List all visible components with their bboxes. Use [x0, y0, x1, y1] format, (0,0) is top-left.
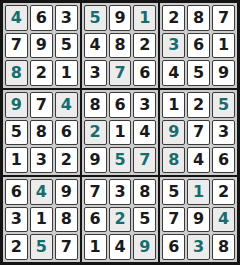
cell-r6c8[interactable]: 4 — [187, 147, 210, 173]
cell-r3c4[interactable]: 3 — [84, 60, 107, 86]
cell-r3c5-given[interactable]: 7 — [109, 60, 132, 86]
cell-r8c8[interactable]: 9 — [187, 207, 210, 233]
box-3-2: 738625149 — [82, 177, 159, 262]
box-1-3: 287361459 — [160, 3, 237, 88]
cell-r5c2[interactable]: 8 — [30, 120, 53, 146]
box-2-3: 125973846 — [160, 90, 237, 175]
cell-r5c4-given[interactable]: 2 — [84, 120, 107, 146]
cell-r9c7[interactable]: 6 — [162, 234, 185, 260]
cell-r7c2-given[interactable]: 4 — [30, 179, 53, 205]
cell-r3c1-given[interactable]: 8 — [5, 60, 28, 86]
cell-r4c9-given[interactable]: 5 — [212, 92, 235, 118]
cell-r1c3[interactable]: 3 — [55, 5, 78, 31]
cell-r7c5[interactable]: 3 — [109, 179, 132, 205]
cell-r8c6[interactable]: 5 — [133, 207, 156, 233]
box-1-2: 591482376 — [82, 3, 159, 88]
cell-r8c5-given[interactable]: 2 — [109, 207, 132, 233]
cell-r3c2[interactable]: 2 — [30, 60, 53, 86]
cell-r6c2[interactable]: 3 — [30, 147, 53, 173]
cell-r7c9[interactable]: 2 — [212, 179, 235, 205]
cell-r1c7[interactable]: 2 — [162, 5, 185, 31]
cell-r7c7[interactable]: 5 — [162, 179, 185, 205]
cell-r1c5[interactable]: 9 — [109, 5, 132, 31]
cell-r1c8[interactable]: 8 — [187, 5, 210, 31]
cell-r3c8[interactable]: 5 — [187, 60, 210, 86]
cell-r2c6[interactable]: 2 — [133, 33, 156, 59]
cell-r6c5-given[interactable]: 5 — [109, 147, 132, 173]
cell-r1c6-given[interactable]: 1 — [133, 5, 156, 31]
cell-r9c1[interactable]: 2 — [5, 234, 28, 260]
cell-r5c3[interactable]: 6 — [55, 120, 78, 146]
cell-r6c1[interactable]: 1 — [5, 147, 28, 173]
cell-r7c4[interactable]: 7 — [84, 179, 107, 205]
cell-r7c3[interactable]: 9 — [55, 179, 78, 205]
cell-r8c1[interactable]: 3 — [5, 207, 28, 233]
cell-r9c9[interactable]: 8 — [212, 234, 235, 260]
cell-r2c7-given[interactable]: 3 — [162, 33, 185, 59]
sudoku-board: 4637958215914823762873614599745861328632… — [0, 0, 240, 265]
cell-r2c9[interactable]: 1 — [212, 33, 235, 59]
cell-r4c1-given[interactable]: 9 — [5, 92, 28, 118]
cell-r4c6[interactable]: 3 — [133, 92, 156, 118]
cell-r8c4[interactable]: 6 — [84, 207, 107, 233]
cell-r6c4[interactable]: 9 — [84, 147, 107, 173]
cell-r5c7-given[interactable]: 9 — [162, 120, 185, 146]
cell-r5c1[interactable]: 5 — [5, 120, 28, 146]
cell-r1c9[interactable]: 7 — [212, 5, 235, 31]
cell-r8c3[interactable]: 8 — [55, 207, 78, 233]
cell-r6c3[interactable]: 2 — [55, 147, 78, 173]
cell-r9c3[interactable]: 7 — [55, 234, 78, 260]
cell-r8c2[interactable]: 1 — [30, 207, 53, 233]
cell-r9c2-given[interactable]: 5 — [30, 234, 53, 260]
cell-r6c7-given[interactable]: 8 — [162, 147, 185, 173]
cell-r5c9[interactable]: 3 — [212, 120, 235, 146]
cell-r3c7[interactable]: 4 — [162, 60, 185, 86]
cell-r7c8-given[interactable]: 1 — [187, 179, 210, 205]
cell-r7c6[interactable]: 8 — [133, 179, 156, 205]
box-2-1: 974586132 — [3, 90, 80, 175]
cell-r7c1[interactable]: 6 — [5, 179, 28, 205]
cell-r9c4[interactable]: 1 — [84, 234, 107, 260]
cell-r4c2[interactable]: 7 — [30, 92, 53, 118]
box-2-2: 863214957 — [82, 90, 159, 175]
cell-r4c3-given[interactable]: 4 — [55, 92, 78, 118]
cell-r8c9-given[interactable]: 4 — [212, 207, 235, 233]
cell-r4c7[interactable]: 1 — [162, 92, 185, 118]
cell-r5c5[interactable]: 1 — [109, 120, 132, 146]
box-3-1: 649318257 — [3, 177, 80, 262]
cell-r1c1-given[interactable]: 4 — [5, 5, 28, 31]
cell-r2c1[interactable]: 7 — [5, 33, 28, 59]
cell-r2c3[interactable]: 5 — [55, 33, 78, 59]
cell-r3c3[interactable]: 1 — [55, 60, 78, 86]
cell-r2c4[interactable]: 4 — [84, 33, 107, 59]
cell-r8c7[interactable]: 7 — [162, 207, 185, 233]
cell-r9c6-given[interactable]: 9 — [133, 234, 156, 260]
cell-r9c5[interactable]: 4 — [109, 234, 132, 260]
cell-r3c9[interactable]: 9 — [212, 60, 235, 86]
cell-r2c2[interactable]: 9 — [30, 33, 53, 59]
cell-r2c5[interactable]: 8 — [109, 33, 132, 59]
cell-r5c6[interactable]: 4 — [133, 120, 156, 146]
cell-r3c6[interactable]: 6 — [133, 60, 156, 86]
cell-r4c4[interactable]: 8 — [84, 92, 107, 118]
cell-r5c8[interactable]: 7 — [187, 120, 210, 146]
cell-r6c9[interactable]: 6 — [212, 147, 235, 173]
cell-r1c2[interactable]: 6 — [30, 5, 53, 31]
box-1-1: 463795821 — [3, 3, 80, 88]
cell-r9c8-given[interactable]: 3 — [187, 234, 210, 260]
cell-r1c4-given[interactable]: 5 — [84, 5, 107, 31]
cell-r4c5[interactable]: 6 — [109, 92, 132, 118]
cell-r2c8[interactable]: 6 — [187, 33, 210, 59]
cell-r6c6-given[interactable]: 7 — [133, 147, 156, 173]
box-3-3: 512794638 — [160, 177, 237, 262]
cell-r4c8[interactable]: 2 — [187, 92, 210, 118]
